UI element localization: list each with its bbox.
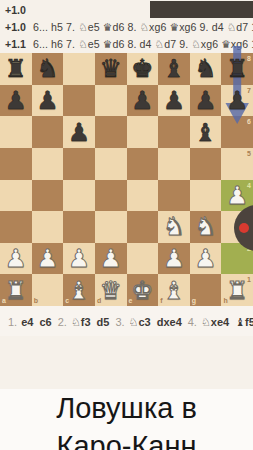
square-d1[interactable]: ♛d <box>95 274 127 306</box>
square-c8[interactable] <box>63 53 95 85</box>
square-f2[interactable]: ♟ <box>158 243 190 275</box>
move-number: 1. <box>8 316 17 328</box>
move-list: 1.e4c62.♘f3d53.♘c3dxe44.♘xe4♝f55.♘g3♝g66… <box>0 306 253 336</box>
piece-white-pawn[interactable]: ♟ <box>63 243 95 275</box>
piece-white-rook[interactable]: ♜ <box>0 274 32 306</box>
piece-white-bishop[interactable]: ♝ <box>158 274 190 306</box>
square-e3[interactable] <box>127 211 159 243</box>
square-a6[interactable] <box>0 116 32 148</box>
square-g5[interactable] <box>190 148 222 180</box>
piece-black-rook[interactable]: ♜ <box>0 53 32 85</box>
move[interactable]: ♘c3 <box>129 316 151 328</box>
file-label-b: b <box>34 297 38 304</box>
square-e2[interactable] <box>127 243 159 275</box>
piece-black-knight[interactable]: ♞ <box>32 53 64 85</box>
engine-line-2[interactable]: +1.1 6... h6 7. ♘e5 ♛d6 8. d4 ♘d7 9. ♘xg… <box>0 35 253 52</box>
square-b1[interactable]: b <box>32 274 64 306</box>
square-a8[interactable]: ♜ <box>0 53 32 85</box>
square-b3[interactable] <box>32 211 64 243</box>
square-d5[interactable] <box>95 148 127 180</box>
square-e1[interactable]: ♚e <box>127 274 159 306</box>
square-d4[interactable] <box>95 180 127 212</box>
square-b5[interactable] <box>32 148 64 180</box>
piece-black-pawn[interactable]: ♟ <box>63 116 95 148</box>
chess-board: ♜♞♛♚♝♞♜8♟♟♟♟♟♟7♟♝65♟4♞♞3♟♟♟♟♟♟2♜ab♝c♛d♚e… <box>0 53 253 306</box>
engine-main-eval: +1.0 <box>5 4 26 16</box>
square-d7[interactable] <box>95 85 127 117</box>
piece-black-pawn[interactable]: ♟ <box>0 85 32 117</box>
piece-black-pawn[interactable]: ♟ <box>32 85 64 117</box>
move[interactable]: ♝f5 <box>235 316 253 328</box>
square-g3[interactable]: ♞ <box>190 211 222 243</box>
square-c1[interactable]: ♝c <box>63 274 95 306</box>
square-f7[interactable]: ♟ <box>158 85 190 117</box>
square-h5[interactable]: 5 <box>221 148 253 180</box>
piece-white-pawn[interactable]: ♟ <box>158 243 190 275</box>
piece-black-rook[interactable]: ♜ <box>221 53 253 85</box>
move-number: 2. <box>58 316 67 328</box>
square-b8[interactable]: ♞ <box>32 53 64 85</box>
piece-white-pawn[interactable]: ♟ <box>0 243 32 275</box>
move[interactable]: e4 <box>21 316 33 328</box>
square-h6[interactable]: 6 <box>221 116 253 148</box>
record-dot-icon <box>239 223 249 233</box>
square-a2[interactable]: ♟ <box>0 243 32 275</box>
engine-line-1[interactable]: +1.0 6... h5 7. ♘e5 ♛d6 8. ♘xg6 ♛xg6 9. … <box>0 18 253 35</box>
piece-black-queen[interactable]: ♛ <box>95 53 127 85</box>
square-e6[interactable] <box>127 116 159 148</box>
square-b4[interactable] <box>32 180 64 212</box>
square-f8[interactable]: ♝ <box>158 53 190 85</box>
piece-white-pawn[interactable]: ♟ <box>95 243 127 275</box>
piece-white-queen[interactable]: ♛ <box>95 274 127 306</box>
piece-white-knight[interactable]: ♞ <box>158 211 190 243</box>
square-g4[interactable] <box>190 180 222 212</box>
chess-analysis-app: +1.0 +1.0 6... h5 7. ♘e5 ♛d6 8. ♘xg6 ♛xg… <box>0 0 253 450</box>
square-f5[interactable] <box>158 148 190 180</box>
square-b7[interactable]: ♟ <box>32 85 64 117</box>
move[interactable]: ♘f3 <box>71 316 91 328</box>
move[interactable]: dxe4 <box>157 316 182 328</box>
square-f4[interactable] <box>158 180 190 212</box>
square-a4[interactable] <box>0 180 32 212</box>
piece-black-bishop[interactable]: ♝ <box>190 116 222 148</box>
square-e5[interactable] <box>127 148 159 180</box>
piece-white-bishop[interactable]: ♝ <box>63 274 95 306</box>
square-f3[interactable]: ♞ <box>158 211 190 243</box>
square-d6[interactable] <box>95 116 127 148</box>
piece-black-pawn[interactable]: ♟ <box>221 85 253 117</box>
square-a7[interactable]: ♟ <box>0 85 32 117</box>
engine-line-2-eval: +1.1 <box>5 38 26 50</box>
piece-white-knight[interactable]: ♞ <box>190 211 222 243</box>
video-title-line2: Каро-Канн <box>0 427 253 450</box>
move-number: 4. <box>188 316 197 328</box>
piece-black-pawn[interactable]: ♟ <box>158 85 190 117</box>
engine-line-1-eval: +1.0 <box>5 21 26 33</box>
square-f6[interactable] <box>158 116 190 148</box>
square-c4[interactable] <box>63 180 95 212</box>
square-g1[interactable]: g <box>190 274 222 306</box>
piece-black-pawn[interactable]: ♟ <box>190 85 222 117</box>
piece-white-rook[interactable]: ♜ <box>221 274 253 306</box>
piece-black-king[interactable]: ♚ <box>127 53 159 85</box>
piece-white-king[interactable]: ♚ <box>127 274 159 306</box>
file-label-g: g <box>192 297 196 304</box>
square-c2[interactable]: ♟ <box>63 243 95 275</box>
square-a5[interactable] <box>0 148 32 180</box>
piece-black-bishop[interactable]: ♝ <box>158 53 190 85</box>
square-h8[interactable]: ♜8 <box>221 53 253 85</box>
square-b6[interactable] <box>32 116 64 148</box>
square-h7[interactable]: ♟7 <box>221 85 253 117</box>
square-e4[interactable] <box>127 180 159 212</box>
engine-panel: +1.0 +1.0 6... h5 7. ♘e5 ♛d6 8. ♘xg6 ♛xg… <box>0 0 253 52</box>
square-e8[interactable]: ♚ <box>127 53 159 85</box>
move[interactable]: ♘xe4 <box>201 316 229 328</box>
square-d3[interactable] <box>95 211 127 243</box>
square-f1[interactable]: ♝f <box>158 274 190 306</box>
square-c5[interactable] <box>63 148 95 180</box>
square-c7[interactable] <box>63 85 95 117</box>
engine-toggle-button[interactable] <box>150 1 253 18</box>
square-h1[interactable]: ♜1h <box>221 274 253 306</box>
square-g2[interactable]: ♟ <box>190 243 222 275</box>
square-c3[interactable] <box>63 211 95 243</box>
piece-black-pawn[interactable]: ♟ <box>127 85 159 117</box>
engine-line-2-moves: 6... h6 7. ♘e5 ♛d6 8. d4 ♘d7 9. ♘xg6 ♛xg… <box>33 38 253 50</box>
square-g8[interactable]: ♞ <box>190 53 222 85</box>
rank-label-6: 6 <box>247 118 251 125</box>
square-d2[interactable]: ♟ <box>95 243 127 275</box>
square-e7[interactable]: ♟ <box>127 85 159 117</box>
square-d8[interactable]: ♛ <box>95 53 127 85</box>
piece-white-pawn[interactable]: ♟ <box>32 243 64 275</box>
square-g7[interactable]: ♟ <box>190 85 222 117</box>
square-g6[interactable]: ♝ <box>190 116 222 148</box>
engine-line-1-moves: 6... h5 7. ♘e5 ♛d6 8. ♘xg6 ♛xg6 9. d4 ♘d… <box>33 21 253 33</box>
piece-black-knight[interactable]: ♞ <box>190 53 222 85</box>
piece-white-pawn[interactable]: ♟ <box>190 243 222 275</box>
move[interactable]: c6 <box>39 316 51 328</box>
square-c6[interactable]: ♟ <box>63 116 95 148</box>
move-number: 3. <box>115 316 124 328</box>
video-title: Ловушка в Каро-Канн <box>0 389 253 450</box>
square-a3[interactable] <box>0 211 32 243</box>
move[interactable]: d5 <box>97 316 110 328</box>
square-a1[interactable]: ♜a <box>0 274 32 306</box>
engine-eval-row[interactable]: +1.0 <box>0 1 253 18</box>
rank-label-5: 5 <box>247 150 251 157</box>
square-b2[interactable]: ♟ <box>32 243 64 275</box>
video-title-line1: Ловушка в <box>0 389 253 427</box>
